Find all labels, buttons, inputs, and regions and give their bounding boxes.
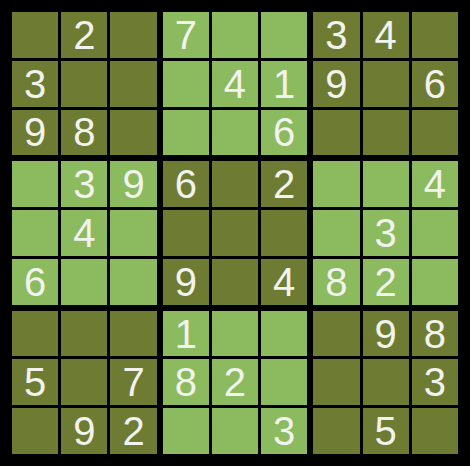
cell-r9c8[interactable]: 5 bbox=[363, 408, 409, 454]
cell-r7c3[interactable] bbox=[110, 311, 156, 357]
cell-r9c9[interactable] bbox=[412, 408, 458, 454]
cell-r6c6[interactable]: 4 bbox=[261, 259, 307, 305]
cell-r4c2[interactable]: 3 bbox=[61, 161, 107, 207]
box-8: 1823 bbox=[163, 311, 308, 454]
box-3: 3496 bbox=[313, 12, 458, 155]
cell-r3c4[interactable] bbox=[163, 110, 209, 156]
cell-r7c2[interactable] bbox=[61, 311, 107, 357]
cell-r9c3[interactable]: 2 bbox=[110, 408, 156, 454]
cell-r8c6[interactable] bbox=[261, 359, 307, 405]
cell-r9c6[interactable]: 3 bbox=[261, 408, 307, 454]
cell-r7c8[interactable]: 9 bbox=[363, 311, 409, 357]
cell-r5c4[interactable] bbox=[163, 210, 209, 256]
cell-r4c1[interactable] bbox=[12, 161, 58, 207]
cell-r6c5[interactable] bbox=[212, 259, 258, 305]
box-9: 9835 bbox=[313, 311, 458, 454]
cell-r8c8[interactable] bbox=[363, 359, 409, 405]
cell-r9c7[interactable] bbox=[313, 408, 359, 454]
cell-r7c6[interactable] bbox=[261, 311, 307, 357]
cell-r1c2[interactable]: 2 bbox=[61, 12, 107, 58]
cell-r3c3[interactable] bbox=[110, 110, 156, 156]
cell-r7c5[interactable] bbox=[212, 311, 258, 357]
cell-r5c8[interactable]: 3 bbox=[363, 210, 409, 256]
cell-r2c4[interactable] bbox=[163, 61, 209, 107]
box-2: 7416 bbox=[163, 12, 308, 155]
cell-r8c3[interactable]: 7 bbox=[110, 359, 156, 405]
box-7: 5792 bbox=[12, 311, 157, 454]
cell-r4c4[interactable]: 6 bbox=[163, 161, 209, 207]
cell-r6c4[interactable]: 9 bbox=[163, 259, 209, 305]
cell-r6c2[interactable] bbox=[61, 259, 107, 305]
cell-r7c7[interactable] bbox=[313, 311, 359, 357]
box-4: 3946 bbox=[12, 161, 157, 304]
cell-r5c6[interactable] bbox=[261, 210, 307, 256]
cell-r3c8[interactable] bbox=[363, 110, 409, 156]
cell-r2c9[interactable]: 6 bbox=[412, 61, 458, 107]
cell-r8c2[interactable] bbox=[61, 359, 107, 405]
cell-r7c9[interactable]: 8 bbox=[412, 311, 458, 357]
sudoku-board: 239874163496394662944382579218239835 bbox=[12, 12, 458, 454]
cell-r8c5[interactable]: 2 bbox=[212, 359, 258, 405]
cell-r4c3[interactable]: 9 bbox=[110, 161, 156, 207]
cell-r4c6[interactable]: 2 bbox=[261, 161, 307, 207]
cell-r7c4[interactable]: 1 bbox=[163, 311, 209, 357]
cell-r5c9[interactable] bbox=[412, 210, 458, 256]
cell-r2c3[interactable] bbox=[110, 61, 156, 107]
cell-r5c7[interactable] bbox=[313, 210, 359, 256]
cell-r8c9[interactable]: 3 bbox=[412, 359, 458, 405]
cell-r2c6[interactable]: 1 bbox=[261, 61, 307, 107]
cell-r6c1[interactable]: 6 bbox=[12, 259, 58, 305]
cell-r3c1[interactable]: 9 bbox=[12, 110, 58, 156]
cell-r6c9[interactable] bbox=[412, 259, 458, 305]
cell-r8c1[interactable]: 5 bbox=[12, 359, 58, 405]
cell-r1c7[interactable]: 3 bbox=[313, 12, 359, 58]
cell-r3c9[interactable] bbox=[412, 110, 458, 156]
box-6: 4382 bbox=[313, 161, 458, 304]
cell-r1c3[interactable] bbox=[110, 12, 156, 58]
cell-r2c1[interactable]: 3 bbox=[12, 61, 58, 107]
cell-r7c1[interactable] bbox=[12, 311, 58, 357]
cell-r8c7[interactable] bbox=[313, 359, 359, 405]
cell-r2c8[interactable] bbox=[363, 61, 409, 107]
cell-r9c5[interactable] bbox=[212, 408, 258, 454]
cell-r8c4[interactable]: 8 bbox=[163, 359, 209, 405]
cell-r9c2[interactable]: 9 bbox=[61, 408, 107, 454]
cell-r1c9[interactable] bbox=[412, 12, 458, 58]
cell-r4c5[interactable] bbox=[212, 161, 258, 207]
cell-r6c7[interactable]: 8 bbox=[313, 259, 359, 305]
cell-r3c2[interactable]: 8 bbox=[61, 110, 107, 156]
cell-r2c7[interactable]: 9 bbox=[313, 61, 359, 107]
cell-r2c2[interactable] bbox=[61, 61, 107, 107]
box-5: 6294 bbox=[163, 161, 308, 304]
sudoku-frame: 239874163496394662944382579218239835 bbox=[0, 0, 470, 466]
cell-r5c2[interactable]: 4 bbox=[61, 210, 107, 256]
cell-r1c6[interactable] bbox=[261, 12, 307, 58]
cell-r6c8[interactable]: 2 bbox=[363, 259, 409, 305]
cell-r4c8[interactable] bbox=[363, 161, 409, 207]
box-1: 2398 bbox=[12, 12, 157, 155]
cell-r4c9[interactable]: 4 bbox=[412, 161, 458, 207]
cell-r1c5[interactable] bbox=[212, 12, 258, 58]
cell-r5c5[interactable] bbox=[212, 210, 258, 256]
cell-r3c5[interactable] bbox=[212, 110, 258, 156]
cell-r9c1[interactable] bbox=[12, 408, 58, 454]
cell-r1c4[interactable]: 7 bbox=[163, 12, 209, 58]
cell-r9c4[interactable] bbox=[163, 408, 209, 454]
cell-r4c7[interactable] bbox=[313, 161, 359, 207]
cell-r2c5[interactable]: 4 bbox=[212, 61, 258, 107]
cell-r3c6[interactable]: 6 bbox=[261, 110, 307, 156]
cell-r3c7[interactable] bbox=[313, 110, 359, 156]
cell-r6c3[interactable] bbox=[110, 259, 156, 305]
cell-r5c1[interactable] bbox=[12, 210, 58, 256]
cell-r1c1[interactable] bbox=[12, 12, 58, 58]
cell-r1c8[interactable]: 4 bbox=[363, 12, 409, 58]
cell-r5c3[interactable] bbox=[110, 210, 156, 256]
